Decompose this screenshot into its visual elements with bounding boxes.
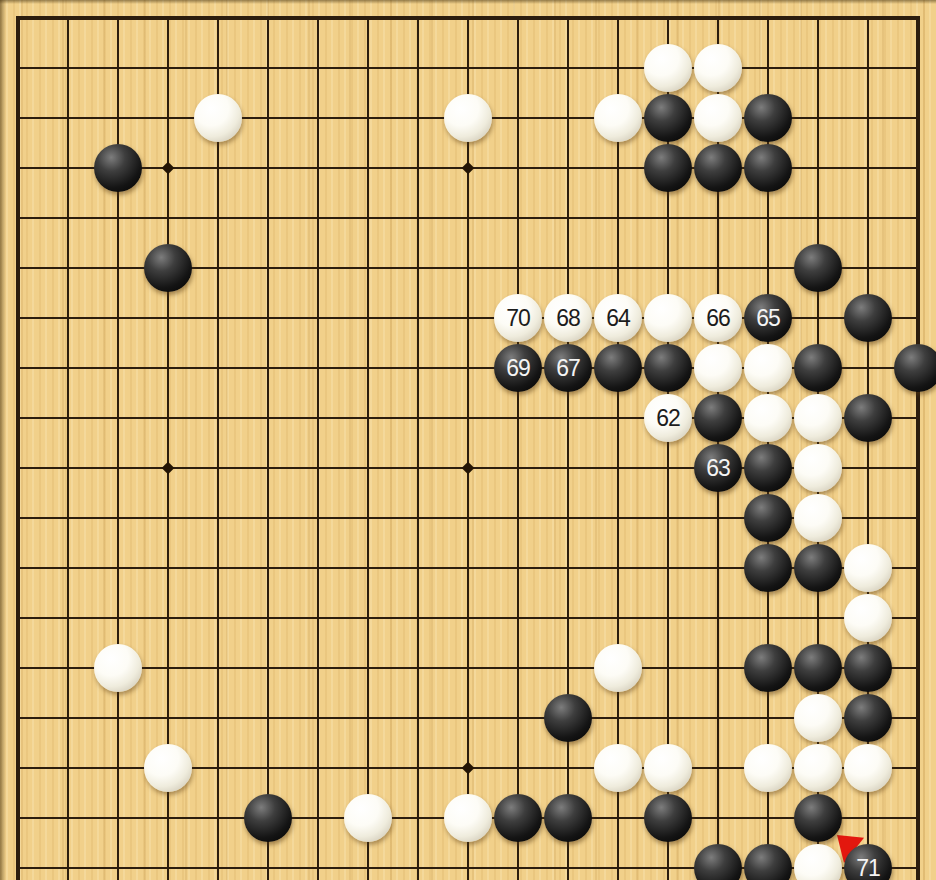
grid-line-horizontal [16, 617, 920, 620]
stone-black-N12 [594, 344, 642, 392]
stone-white-P13: 66 [694, 294, 742, 342]
stone-white-O13 [644, 294, 692, 342]
grid-line-horizontal [16, 217, 920, 220]
stone-black-R12 [794, 344, 842, 392]
star-point [162, 462, 175, 475]
stone-white-N4 [594, 744, 642, 792]
go-board: 70686466656967626371 [0, 0, 936, 880]
stone-black-R14 [794, 244, 842, 292]
stone-white-Q11 [744, 394, 792, 442]
stone-black-C16 [94, 144, 142, 192]
stone-black-R6 [794, 644, 842, 692]
move-number-label: 68 [556, 294, 580, 342]
stone-black-Q13: 65 [744, 294, 792, 342]
stone-white-N13: 64 [594, 294, 642, 342]
stone-black-Q9 [744, 494, 792, 542]
stone-white-Q4 [744, 744, 792, 792]
stone-white-D4 [144, 744, 192, 792]
move-number-label: 66 [706, 294, 730, 342]
stone-white-P12 [694, 344, 742, 392]
stone-black-P10: 63 [694, 444, 742, 492]
stone-black-Q16 [744, 144, 792, 192]
stone-white-N6 [594, 644, 642, 692]
grid-line-horizontal [16, 67, 920, 70]
stone-white-P18 [694, 44, 742, 92]
grid-line-vertical [517, 16, 520, 880]
stone-white-N17 [594, 94, 642, 142]
stone-white-Q12 [744, 344, 792, 392]
stone-white-K17 [444, 94, 492, 142]
stone-white-H3 [344, 794, 392, 842]
stone-black-P16 [694, 144, 742, 192]
stone-black-L12: 69 [494, 344, 542, 392]
stone-black-T12 [894, 344, 936, 392]
stone-black-O17 [644, 94, 692, 142]
grid-line-vertical [367, 16, 370, 880]
grid-line-vertical [67, 16, 70, 880]
move-number-label: 67 [556, 344, 580, 392]
stone-white-R5 [794, 694, 842, 742]
stone-black-S13 [844, 294, 892, 342]
stone-black-Q17 [744, 94, 792, 142]
grid-line-vertical [16, 16, 20, 880]
stone-black-Q8 [744, 544, 792, 592]
move-number-label: 63 [706, 444, 730, 492]
board-top-edge [0, 0, 936, 4]
move-number-label: 65 [756, 294, 780, 342]
grid-line-vertical [217, 16, 220, 880]
stone-white-E17 [194, 94, 242, 142]
move-number-label: 71 [856, 844, 880, 880]
stone-white-S7 [844, 594, 892, 642]
board-left-edge [0, 0, 6, 880]
star-point [462, 162, 475, 175]
stone-white-K3 [444, 794, 492, 842]
stone-black-M5 [544, 694, 592, 742]
stone-black-R8 [794, 544, 842, 592]
star-point [162, 162, 175, 175]
star-point [462, 762, 475, 775]
stone-white-R10 [794, 444, 842, 492]
stone-white-R2 [794, 844, 842, 880]
stone-black-F3 [244, 794, 292, 842]
stone-white-R11 [794, 394, 842, 442]
stone-black-M12: 67 [544, 344, 592, 392]
stone-white-M13: 68 [544, 294, 592, 342]
stone-black-Q10 [744, 444, 792, 492]
stone-black-D14 [144, 244, 192, 292]
grid-line-horizontal [16, 16, 920, 20]
stone-black-L3 [494, 794, 542, 842]
stone-white-S8 [844, 544, 892, 592]
stone-white-O4 [644, 744, 692, 792]
stone-white-O18 [644, 44, 692, 92]
stone-white-R4 [794, 744, 842, 792]
go-diagram: 70686466656967626371 [0, 0, 936, 880]
stone-white-C6 [94, 644, 142, 692]
grid-line-vertical [417, 16, 420, 880]
stone-black-S11 [844, 394, 892, 442]
stone-black-O16 [644, 144, 692, 192]
star-point [462, 462, 475, 475]
stone-black-S6 [844, 644, 892, 692]
stone-black-P2 [694, 844, 742, 880]
stone-black-Q6 [744, 644, 792, 692]
stone-black-S2: 71 [844, 844, 892, 880]
grid-line-vertical [467, 16, 470, 880]
move-number-label: 62 [656, 394, 680, 442]
grid-line-vertical [317, 16, 320, 880]
stone-white-O11: 62 [644, 394, 692, 442]
stone-black-O3 [644, 794, 692, 842]
stone-black-P11 [694, 394, 742, 442]
grid-line-vertical [267, 16, 270, 880]
grid-line-vertical [567, 16, 570, 880]
stone-white-L13: 70 [494, 294, 542, 342]
stone-black-Q2 [744, 844, 792, 880]
stone-black-M3 [544, 794, 592, 842]
move-number-label: 64 [606, 294, 630, 342]
move-number-label: 69 [506, 344, 530, 392]
move-number-label: 70 [506, 294, 530, 342]
stone-black-S5 [844, 694, 892, 742]
grid-line-horizontal [16, 717, 920, 720]
stone-black-R3 [794, 794, 842, 842]
stone-white-S4 [844, 744, 892, 792]
stone-black-O12 [644, 344, 692, 392]
grid-line-vertical [916, 16, 920, 880]
stone-white-P17 [694, 94, 742, 142]
stone-white-R9 [794, 494, 842, 542]
